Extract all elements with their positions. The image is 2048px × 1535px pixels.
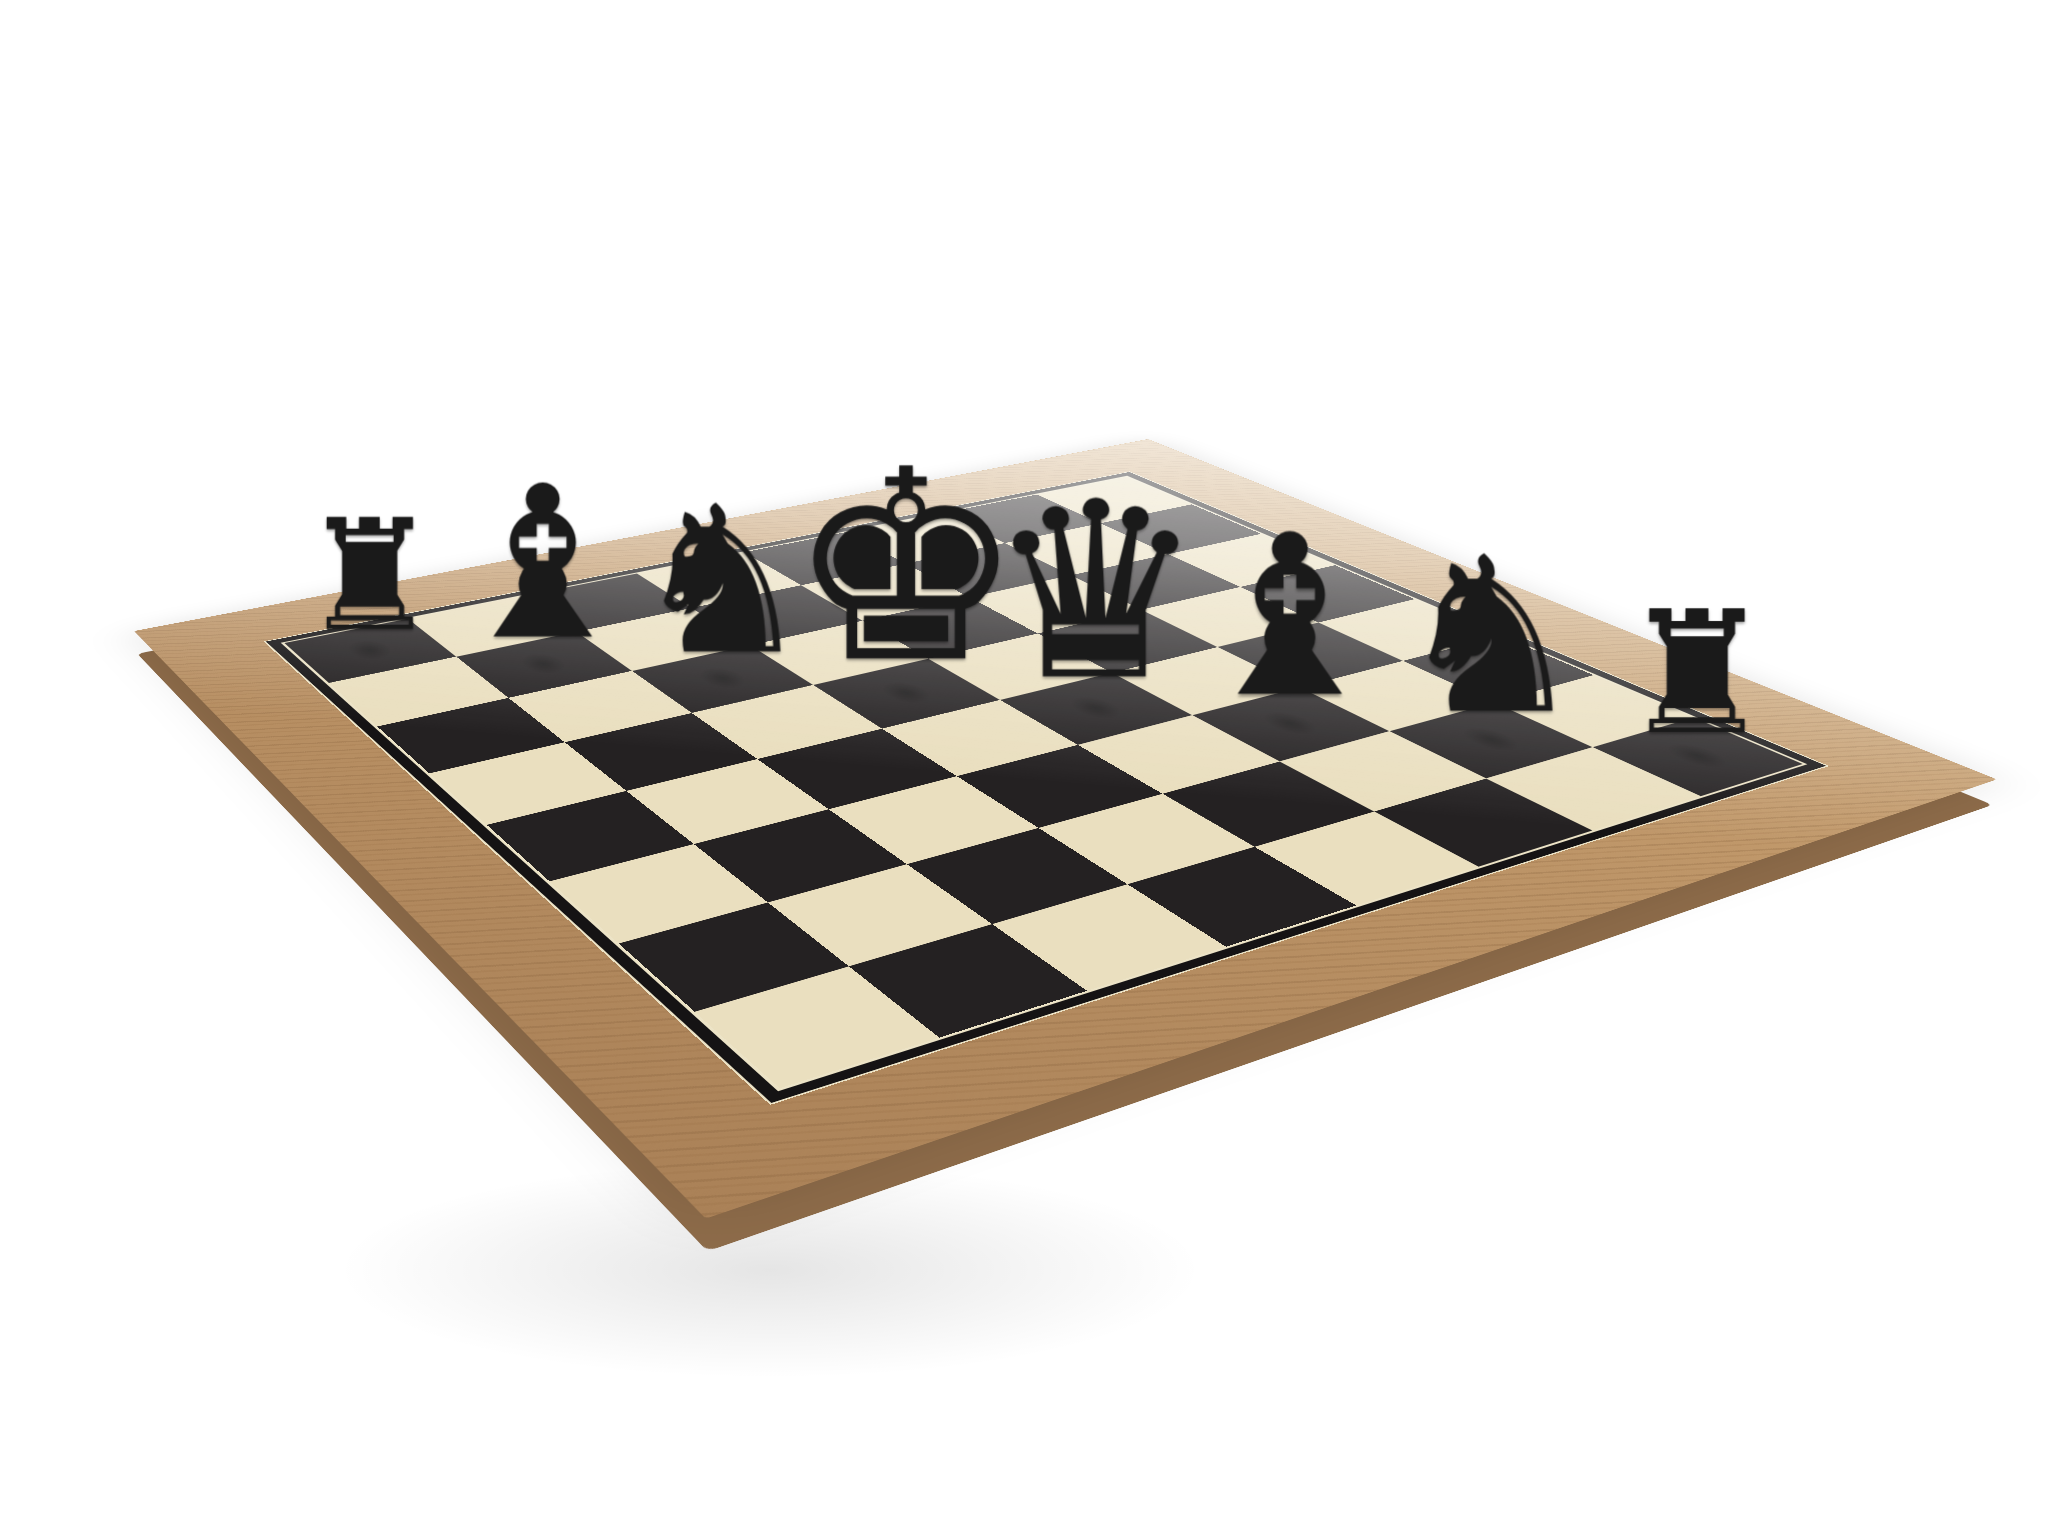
piece-black-bishop[interactable]: ♝ xyxy=(449,464,638,664)
piece-anchor: ♞ xyxy=(655,611,789,745)
square-f6[interactable]: ♝ xyxy=(1192,687,1390,761)
square-c2[interactable] xyxy=(508,671,692,743)
chess-board: ♜♞♝♛♚♞♝♜ xyxy=(134,439,1997,1219)
square-h4[interactable] xyxy=(1128,847,1356,947)
piece-black-knight[interactable]: ♞ xyxy=(631,484,814,677)
photo-stage: ♜♞♝♛♚♞♝♜ xyxy=(0,0,2048,1535)
piece-black-knight[interactable]: ♞ xyxy=(1394,534,1587,739)
piece-black-rook[interactable]: ♜ xyxy=(301,504,438,650)
board-pinstripe: ♜♞♝♛♚♞♝♜ xyxy=(281,476,1808,1091)
piece-black-rook[interactable]: ♜ xyxy=(1621,594,1773,755)
piece-black-queen[interactable]: ♛ xyxy=(986,475,1205,708)
square-f5[interactable] xyxy=(1078,715,1279,793)
piece-black-bishop[interactable]: ♝ xyxy=(1190,511,1390,723)
board-grid: ♜♞♝♛♚♞♝♜ xyxy=(284,477,1802,1088)
square-b1[interactable] xyxy=(329,657,508,727)
piece-anchor: ♝ xyxy=(477,598,609,730)
square-d4[interactable]: ♚ xyxy=(814,659,1000,729)
square-d2[interactable] xyxy=(565,713,758,791)
